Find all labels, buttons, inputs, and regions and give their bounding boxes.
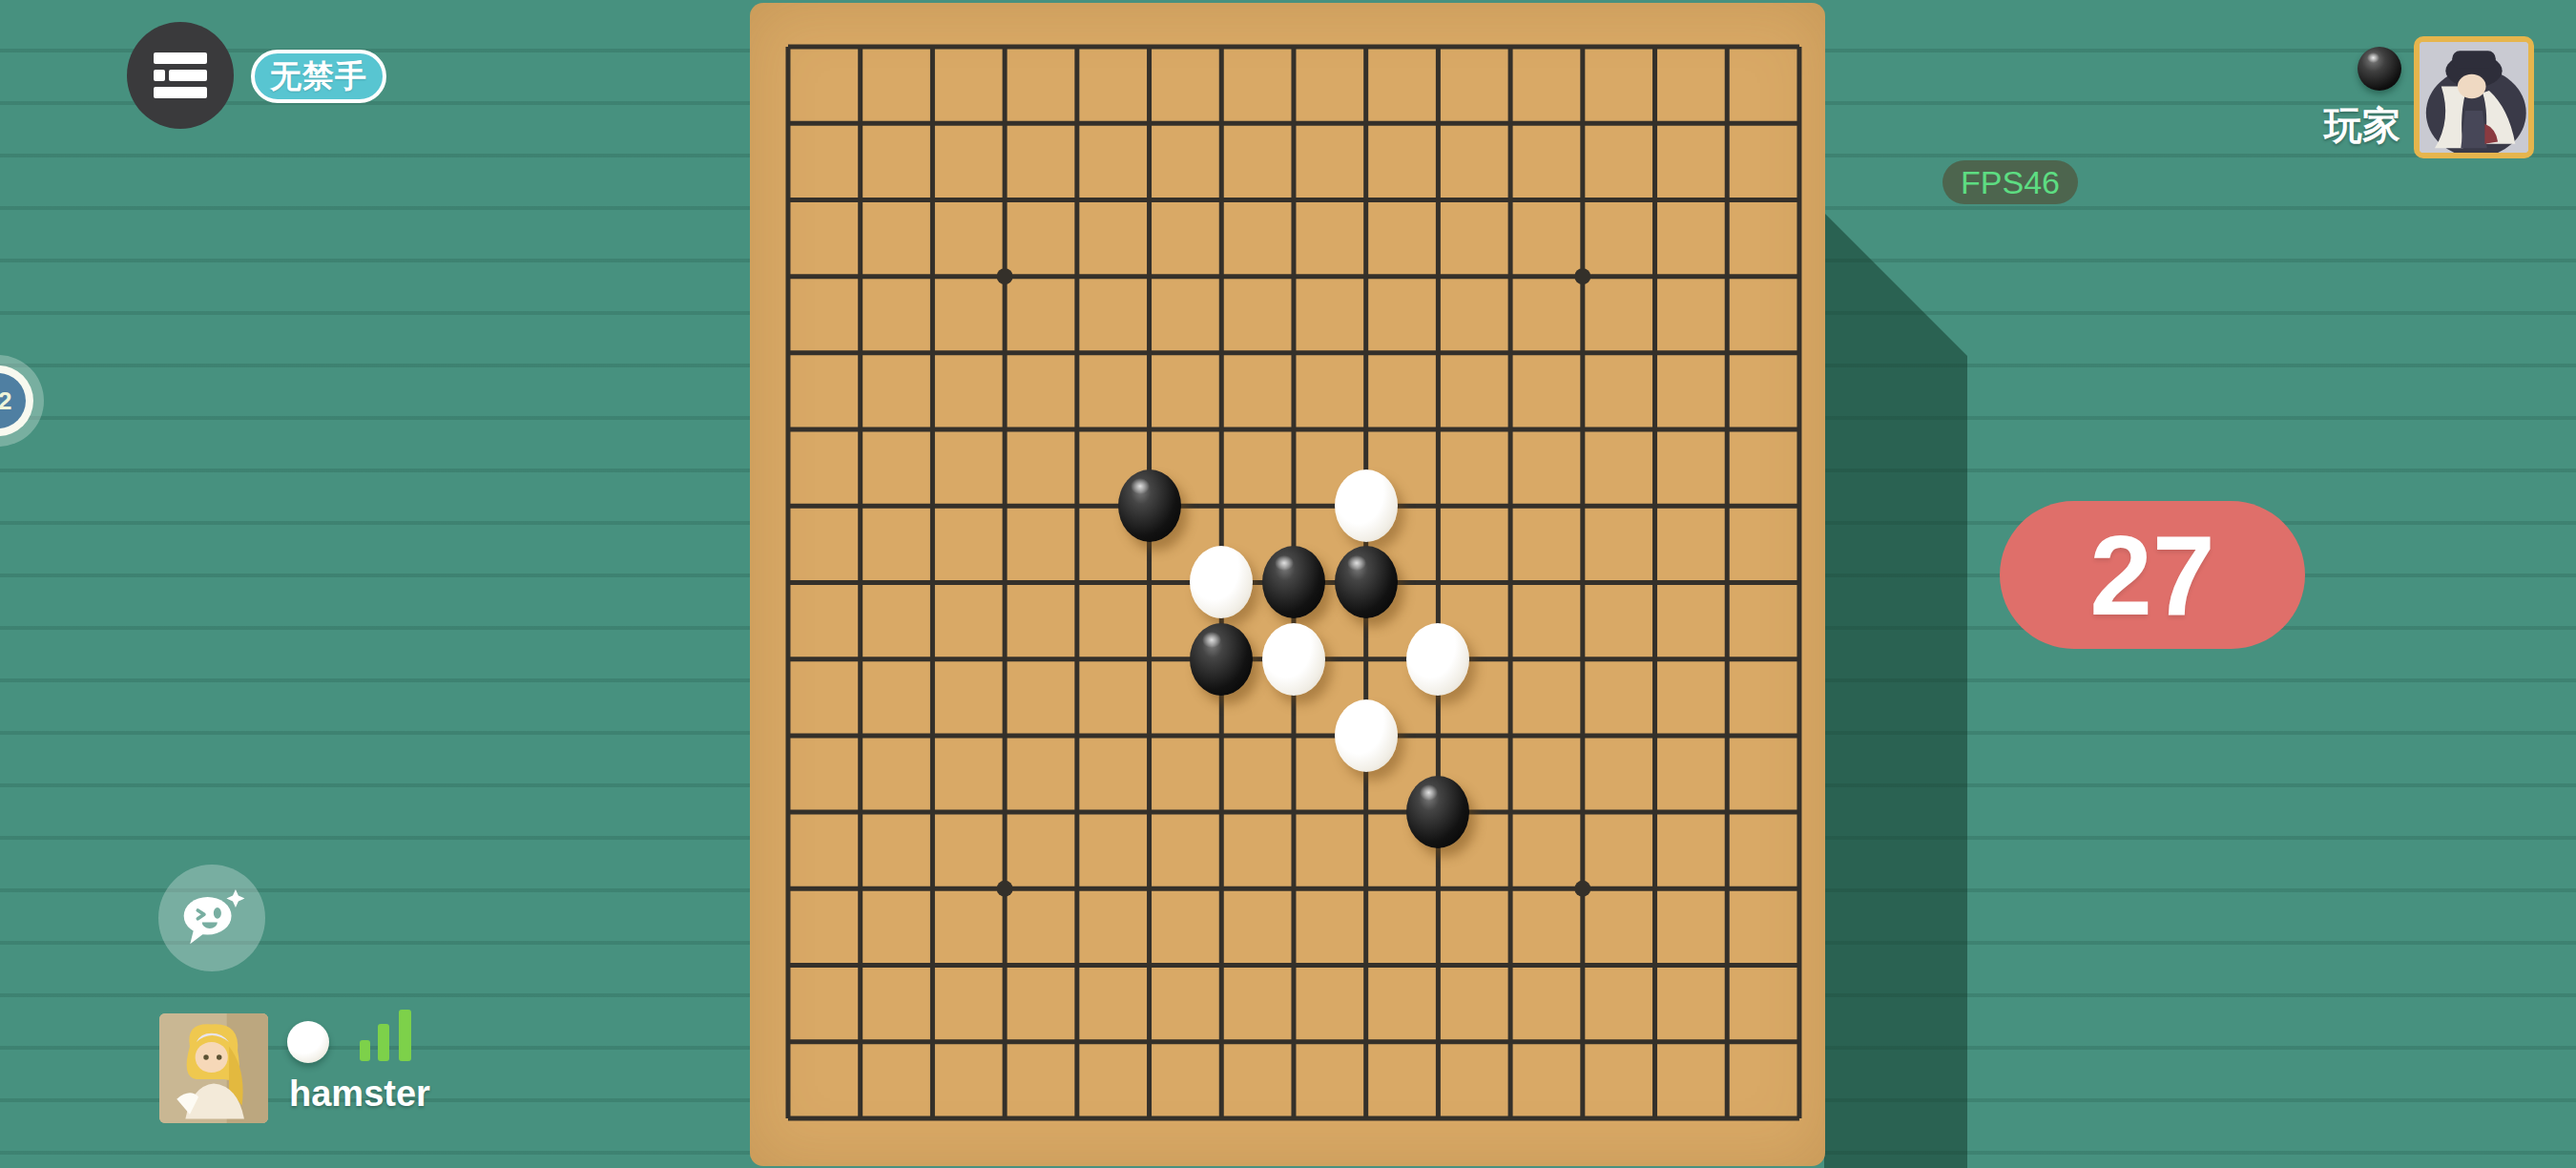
stones-layer bbox=[788, 47, 1799, 1118]
white-stone-indicator bbox=[287, 1021, 329, 1063]
hamburger-list-icon bbox=[154, 52, 207, 98]
stone-white bbox=[1190, 546, 1253, 618]
bottom-player-name: hamster bbox=[289, 1074, 430, 1115]
stone-white bbox=[1406, 623, 1469, 696]
stone-white bbox=[1335, 699, 1398, 772]
top-avatar-image bbox=[2420, 42, 2528, 153]
signal-bars-icon bbox=[360, 1010, 415, 1061]
chat-button[interactable] bbox=[158, 865, 265, 971]
side-timer-widget[interactable]: 22 bbox=[0, 355, 44, 447]
stone-white bbox=[1262, 623, 1325, 696]
top-player-name: 玩家 bbox=[2297, 99, 2400, 152]
stone-black bbox=[1406, 776, 1469, 848]
bottom-player-avatar[interactable] bbox=[159, 1013, 268, 1123]
top-player-avatar[interactable] bbox=[2414, 36, 2534, 158]
move-timer: 27 bbox=[2000, 501, 2305, 649]
fps-label: FPS46 bbox=[1961, 164, 2060, 201]
menu-button[interactable] bbox=[127, 22, 234, 129]
rule-badge-label: 无禁手 bbox=[270, 55, 367, 98]
stone-black bbox=[1262, 546, 1325, 618]
rule-badge: 无禁手 bbox=[251, 50, 386, 103]
stone-black bbox=[1335, 546, 1398, 618]
fps-indicator: FPS46 bbox=[1942, 160, 2078, 204]
stone-black bbox=[1118, 469, 1181, 542]
move-timer-value: 27 bbox=[2089, 511, 2214, 640]
chat-emoji-bubble-icon bbox=[177, 886, 247, 949]
bottom-avatar-image bbox=[159, 1013, 268, 1123]
stone-black bbox=[1190, 623, 1253, 696]
black-stone-indicator bbox=[2358, 47, 2401, 91]
gomoku-board[interactable]: FPS46 bbox=[750, 3, 1825, 1166]
stone-white bbox=[1335, 469, 1398, 542]
